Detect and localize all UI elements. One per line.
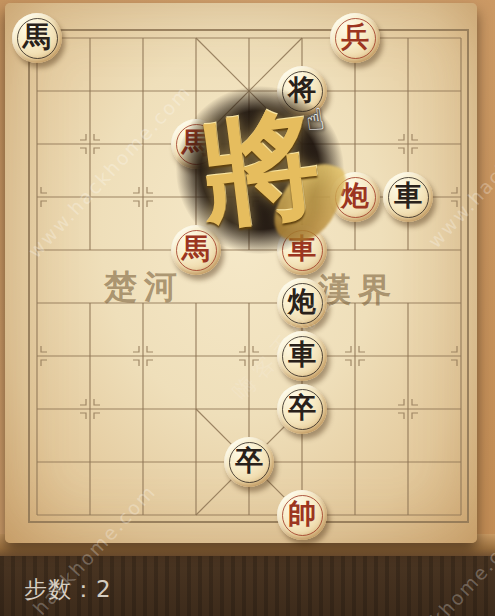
- step-counter-value: 2: [96, 576, 112, 602]
- xiangqi-game-screen: 楚河 漢界 馬兵将馬炮車馬車炮車卒卒帥 將 ☝ www.hackhome.com…: [0, 0, 495, 616]
- cell-anchor: 卒: [276, 383, 329, 436]
- piece-glyph: 炮: [341, 182, 369, 210]
- cell-anchor: 帥: [276, 489, 329, 542]
- cell-anchor: 兵: [329, 12, 382, 65]
- piece-red-soldier[interactable]: 兵: [330, 13, 380, 63]
- cell-anchor: 卒: [223, 436, 276, 489]
- piece-glyph: 車: [394, 182, 422, 210]
- piece-black-soldier[interactable]: 卒: [224, 437, 274, 487]
- piece-black-horse[interactable]: 馬: [12, 13, 62, 63]
- cell-anchor: 馬: [11, 12, 64, 65]
- piece-black-chariot[interactable]: 車: [383, 172, 433, 222]
- piece-glyph: 馬: [23, 23, 51, 51]
- cell-anchor: 車: [382, 171, 435, 224]
- piece-glyph: 卒: [235, 447, 263, 475]
- piece-glyph: 卒: [288, 394, 316, 422]
- piece-glyph: 帥: [288, 500, 316, 528]
- piece-black-soldier[interactable]: 卒: [277, 384, 327, 434]
- piece-red-general[interactable]: 帥: [277, 490, 327, 540]
- piece-glyph: 兵: [341, 23, 369, 51]
- piece-glyph: 馬: [182, 235, 210, 263]
